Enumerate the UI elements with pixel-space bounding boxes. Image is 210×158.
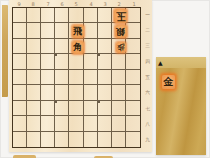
board-square-98 [13,116,27,131]
board-square-15 [126,70,140,85]
board-square-75 [41,70,55,85]
rank-label-7: 七 [144,102,152,115]
board-square-45 [84,70,98,85]
board-square-33 [98,39,112,54]
board-square-74 [41,54,55,69]
piece-kanji: 金 [164,77,174,87]
piece-52-sente: 飛 [72,25,84,38]
board-square-49 [84,132,98,147]
board-square-89 [27,132,41,147]
board-square-58 [69,116,83,131]
board-square-76 [41,85,55,100]
board-square-19 [126,132,140,147]
board-square-24 [112,54,126,69]
board-square-42 [84,23,98,38]
board-square-87 [27,101,41,116]
board-square-95 [13,70,27,85]
board-square-68 [55,116,69,131]
rank-label-9: 九 [144,134,152,147]
board-square-34 [98,54,112,69]
board-square-63 [55,39,69,54]
board-square-31 [98,8,112,23]
board-square-12 [126,23,140,38]
board-square-82 [27,23,41,38]
cropped-thumbnail-sliver [13,155,36,158]
tsume-shogi-widget: 987654321 一二三四五六七八九 玉銀歩飛角 ▲ 金 [0,0,210,158]
board-square-86 [27,85,41,100]
file-labels: 987654321 [12,0,141,7]
shogi-board[interactable]: 987654321 一二三四五六七八九 玉銀歩飛角 [9,0,152,152]
gote-komadai-partial [2,5,8,97]
rank-label-1: 一 [144,8,152,21]
board-square-38 [98,116,112,131]
file-label-4: 4 [85,1,97,7]
board-square-83 [27,39,41,54]
file-label-6: 6 [56,1,68,7]
board-square-13 [126,39,140,54]
star-point [98,101,100,103]
piece-53-sente: 角 [72,41,84,54]
board-square-92 [13,23,27,38]
board-square-88 [27,116,41,131]
piece-23-gote: 歩 [116,42,126,53]
board-square-85 [27,70,41,85]
piece-kanji: 歩 [117,43,125,51]
rank-label-8: 八 [144,118,152,131]
board-square-96 [13,85,27,100]
sente-komadai-header: ▲ [156,57,206,68]
board-square-73 [41,39,55,54]
board-square-78 [41,116,55,131]
piece-kanji: 銀 [116,27,125,36]
board-square-79 [41,132,55,147]
file-label-2: 2 [113,1,125,7]
piece-21-gote: 玉 [114,9,127,23]
board-square-47 [84,101,98,116]
board-square-43 [84,39,98,54]
board-square-55 [69,70,83,85]
board-square-94 [13,54,27,69]
board-square-28 [112,116,126,131]
rank-label-4: 四 [144,55,152,68]
star-point [55,101,57,103]
board-square-51 [69,8,83,23]
board-square-72 [41,23,55,38]
board-square-54 [69,54,83,69]
board-square-32 [98,23,112,38]
board-square-93 [13,39,27,54]
file-label-9: 9 [13,1,25,7]
board-square-14 [126,54,140,69]
board-square-41 [84,8,98,23]
board-square-99 [13,132,27,147]
file-label-1: 1 [128,1,140,7]
rank-label-3: 三 [144,40,152,53]
rank-label-6: 六 [144,87,152,100]
file-label-3: 3 [99,1,111,7]
board-square-62 [55,23,69,38]
sente-hand-piece-金: 金 [162,75,175,89]
cropped-thumbnail-sliver [94,156,113,158]
board-grid: 玉銀歩飛角 [12,7,141,148]
board-square-35 [98,70,112,85]
board-square-67 [55,101,69,116]
board-square-44 [84,54,98,69]
board-square-16 [126,85,140,100]
board-square-81 [27,8,41,23]
board-square-64 [55,54,69,69]
board-square-39 [98,132,112,147]
file-label-8: 8 [27,1,39,7]
rank-label-2: 二 [144,24,152,37]
board-square-91 [13,8,27,23]
rank-labels: 一二三四五六七八九 [143,7,152,148]
board-square-77 [41,101,55,116]
rank-label-5: 五 [144,71,152,84]
board-square-36 [98,85,112,100]
board-square-27 [112,101,126,116]
board-square-71 [41,8,55,23]
board-square-57 [69,101,83,116]
sente-marker-icon: ▲ [158,59,163,66]
star-point [98,54,100,56]
board-square-48 [84,116,98,131]
board-square-61 [55,8,69,23]
piece-kanji: 玉 [116,11,126,21]
board-square-66 [55,85,69,100]
file-label-5: 5 [70,1,82,7]
piece-22-gote: 銀 [115,25,127,38]
board-square-17 [126,101,140,116]
board-square-29 [112,132,126,147]
board-square-18 [126,116,140,131]
board-square-11 [126,8,140,23]
file-label-7: 7 [42,1,54,7]
board-square-37 [98,101,112,116]
piece-kanji: 飛 [73,27,82,36]
board-square-97 [13,101,27,116]
board-square-26 [112,85,126,100]
star-point [55,54,57,56]
board-square-65 [55,70,69,85]
board-square-59 [69,132,83,147]
board-square-69 [55,132,69,147]
sente-komadai: ▲ 金 [156,57,206,155]
board-square-84 [27,54,41,69]
piece-kanji: 角 [73,43,82,52]
board-square-46 [84,85,98,100]
board-square-25 [112,70,126,85]
board-square-56 [69,85,83,100]
